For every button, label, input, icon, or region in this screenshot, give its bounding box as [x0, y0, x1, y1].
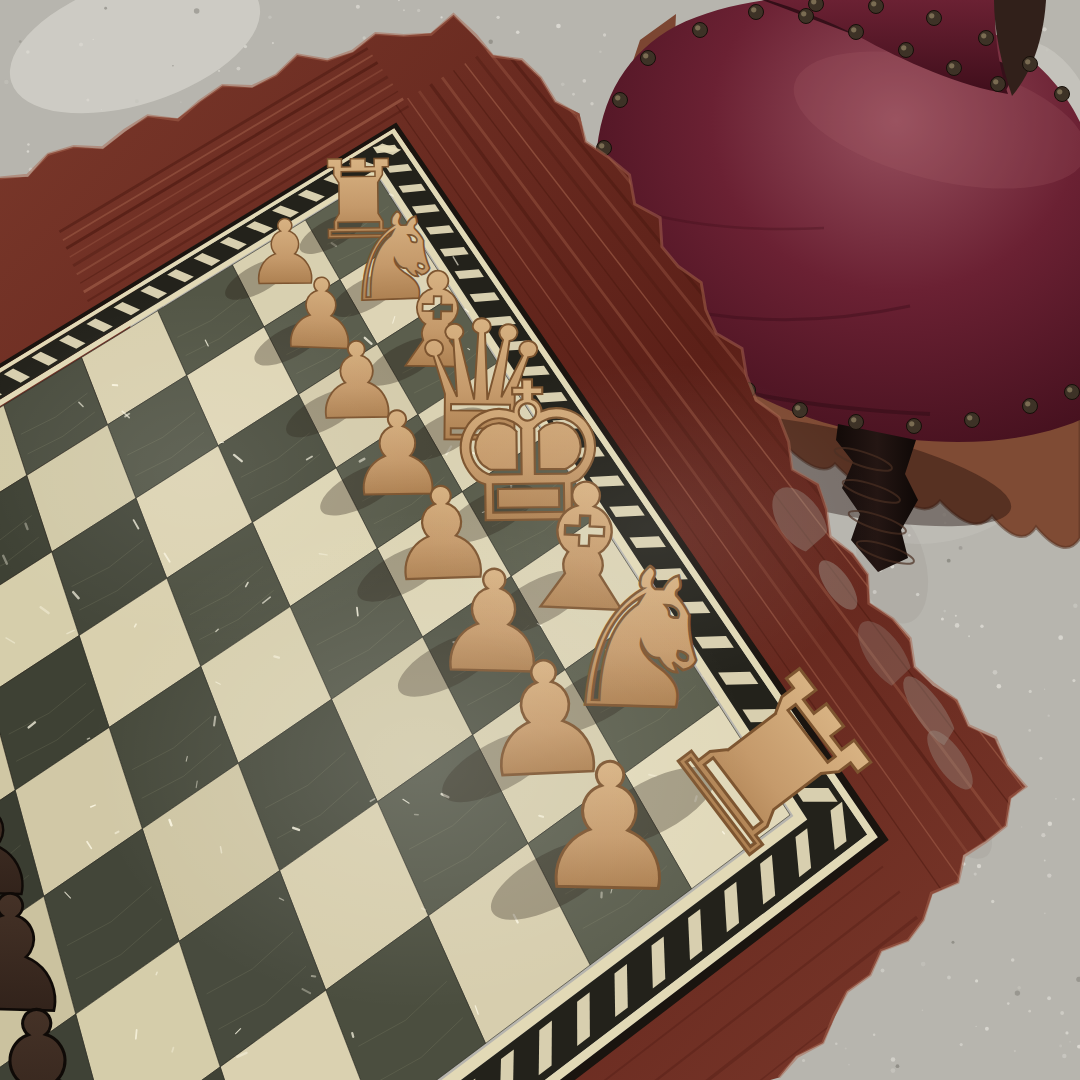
svg-text:♞: ♞	[0, 999, 39, 1080]
piece-black-knight-g8: ♞	[0, 999, 39, 1080]
chess-table-photo: ♜♟♞♟♝♟♛♟♚♟♝♟♟♞♟♟♜♟♟♟♟♞♟	[0, 0, 1080, 1080]
